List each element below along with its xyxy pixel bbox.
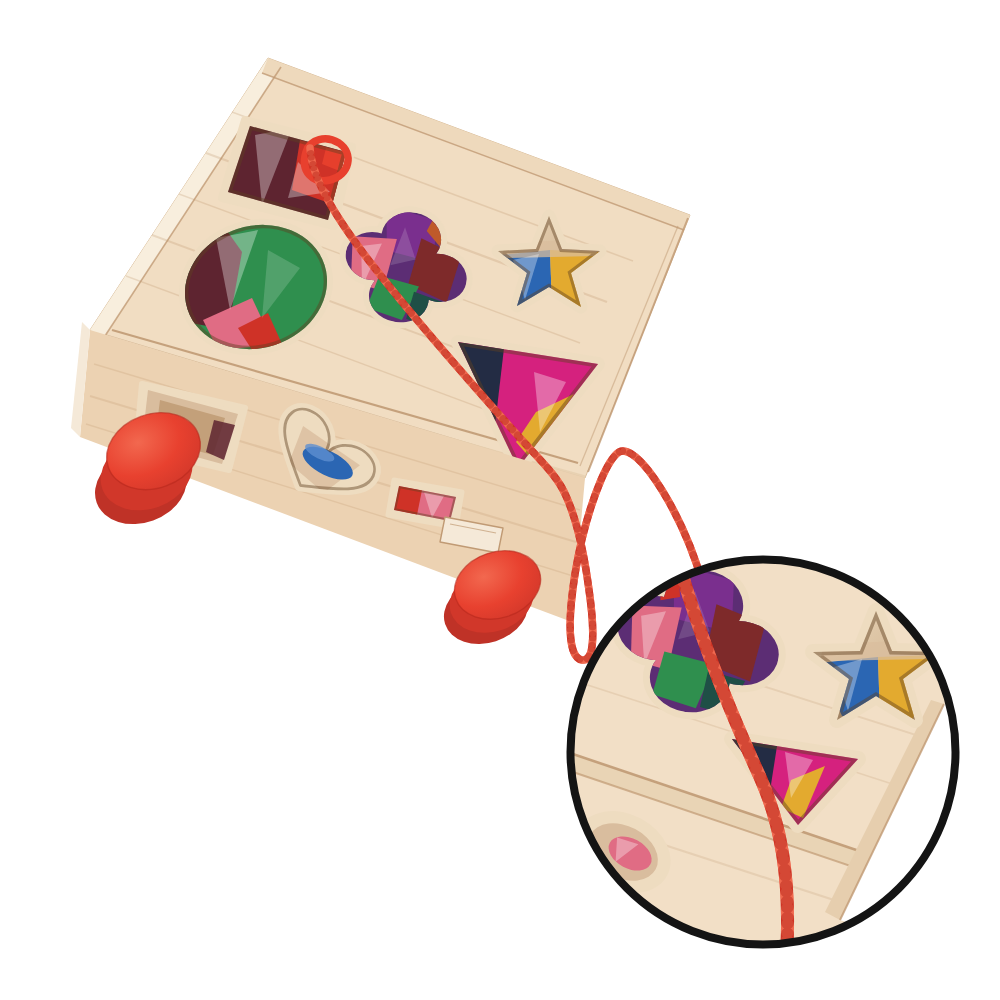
magnifier-inset xyxy=(561,545,973,962)
toy-photo-canvas xyxy=(0,0,1000,1000)
product-photo xyxy=(0,0,1000,1000)
